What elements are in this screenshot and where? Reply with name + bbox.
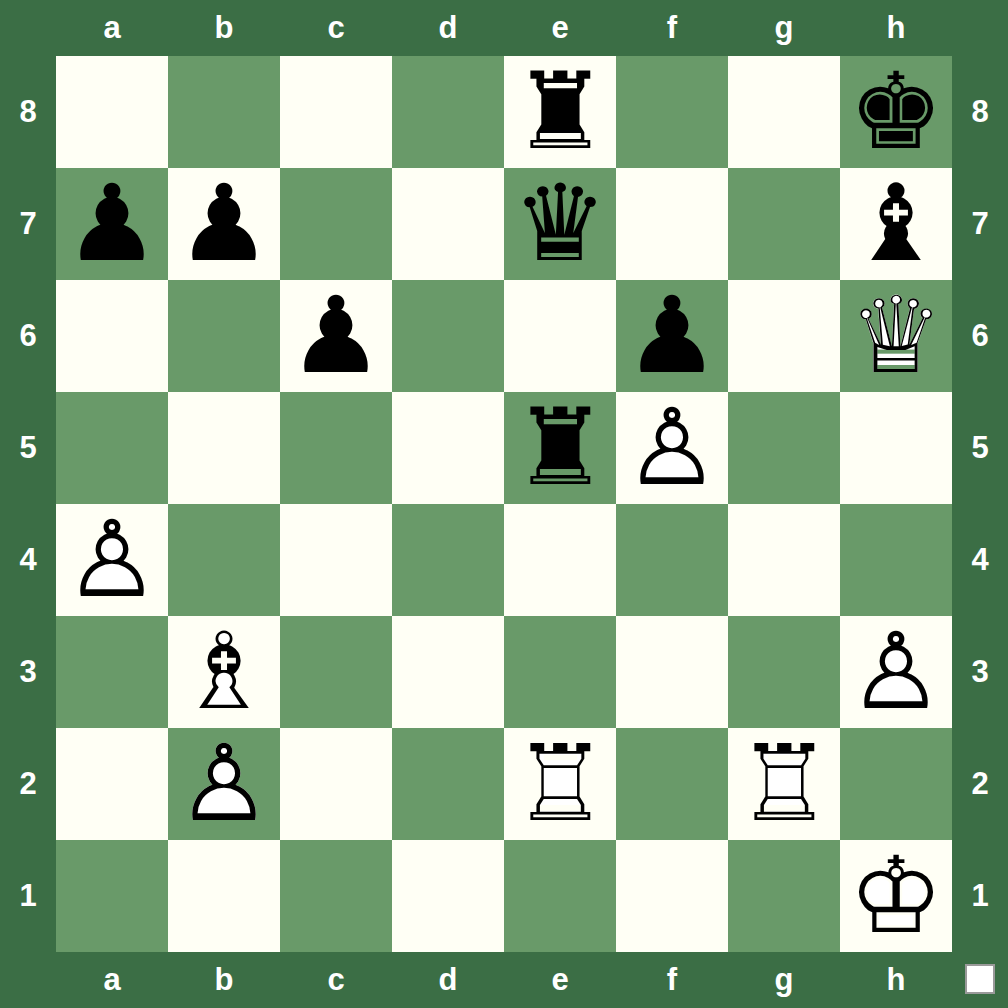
square-a2[interactable] [56, 728, 168, 840]
square-a1[interactable] [56, 840, 168, 952]
rank-label-7-left: 7 [0, 168, 56, 280]
square-b2[interactable]: ♟♙ [168, 728, 280, 840]
square-c2[interactable] [280, 728, 392, 840]
queen-outline-glyph: ♕ [840, 280, 952, 392]
square-f7[interactable] [616, 168, 728, 280]
square-g5[interactable] [728, 392, 840, 504]
white-pawn[interactable]: ♟♙ [616, 392, 728, 504]
square-b7[interactable]: ♟ [168, 168, 280, 280]
square-h6[interactable]: ♛♕ [840, 280, 952, 392]
square-g6[interactable] [728, 280, 840, 392]
square-b4[interactable] [168, 504, 280, 616]
white-bishop[interactable]: ♝♗ [168, 616, 280, 728]
square-b1[interactable] [168, 840, 280, 952]
black-rook[interactable]: ♜ [504, 392, 616, 504]
rook-outline-glyph: ♖ [728, 728, 840, 840]
black-rook[interactable]: ♜ [504, 56, 616, 168]
pawn-outline-glyph: ♙ [56, 504, 168, 616]
rank-label-5-left: 5 [0, 392, 56, 504]
square-b6[interactable] [168, 280, 280, 392]
black-bishop[interactable]: ♝ [840, 168, 952, 280]
square-h8[interactable]: ♚ [840, 56, 952, 168]
white-king[interactable]: ♚♔ [840, 840, 952, 952]
square-h1[interactable]: ♚♔ [840, 840, 952, 952]
square-e8[interactable]: ♜ [504, 56, 616, 168]
rank-label-8-right: 8 [952, 56, 1008, 168]
rank-labels-right: 87654321 [952, 56, 1008, 952]
file-label-b-bottom: b [168, 952, 280, 1008]
file-label-c-bottom: c [280, 952, 392, 1008]
square-f8[interactable] [616, 56, 728, 168]
file-labels-top: abcdefgh [56, 0, 952, 56]
square-c3[interactable] [280, 616, 392, 728]
white-rook[interactable]: ♜♖ [504, 728, 616, 840]
square-c1[interactable] [280, 840, 392, 952]
white-rook[interactable]: ♜♖ [728, 728, 840, 840]
square-c8[interactable] [280, 56, 392, 168]
square-d4[interactable] [392, 504, 504, 616]
square-d5[interactable] [392, 392, 504, 504]
square-e7[interactable]: ♛ [504, 168, 616, 280]
file-label-b-top: b [168, 0, 280, 56]
square-a3[interactable] [56, 616, 168, 728]
file-label-f-bottom: f [616, 952, 728, 1008]
rook-outline-glyph: ♖ [504, 728, 616, 840]
white-queen[interactable]: ♛♕ [840, 280, 952, 392]
square-e4[interactable] [504, 504, 616, 616]
black-pawn[interactable]: ♟ [168, 168, 280, 280]
square-b3[interactable]: ♝♗ [168, 616, 280, 728]
pawn-outline-glyph: ♙ [840, 616, 952, 728]
file-label-c-top: c [280, 0, 392, 56]
square-a6[interactable] [56, 280, 168, 392]
pawn-glyph: ♟ [168, 168, 280, 280]
rank-label-2-right: 2 [952, 728, 1008, 840]
rank-labels-left: 87654321 [0, 56, 56, 952]
rank-label-4-right: 4 [952, 504, 1008, 616]
board-frame: abcdefgh abcdefgh 87654321 87654321 ♜♚♟♟… [0, 0, 1008, 1008]
square-d3[interactable] [392, 616, 504, 728]
file-label-e-bottom: e [504, 952, 616, 1008]
square-g1[interactable] [728, 840, 840, 952]
square-h5[interactable] [840, 392, 952, 504]
king-glyph: ♚ [840, 56, 952, 168]
chessboard[interactable]: ♜♚♟♟♛♝♟♟♛♕♜♟♙♟♙♝♗♟♙♟♙♜♖♜♖♚♔ [56, 56, 952, 952]
square-c6[interactable]: ♟ [280, 280, 392, 392]
square-e2[interactable]: ♜♖ [504, 728, 616, 840]
rank-label-1-right: 1 [952, 840, 1008, 952]
square-d6[interactable] [392, 280, 504, 392]
file-label-a-bottom: a [56, 952, 168, 1008]
file-label-h-top: h [840, 0, 952, 56]
rank-label-8-left: 8 [0, 56, 56, 168]
square-d2[interactable] [392, 728, 504, 840]
square-e3[interactable] [504, 616, 616, 728]
square-h7[interactable]: ♝ [840, 168, 952, 280]
square-e1[interactable] [504, 840, 616, 952]
file-label-d-bottom: d [392, 952, 504, 1008]
square-g7[interactable] [728, 168, 840, 280]
square-h3[interactable]: ♟♙ [840, 616, 952, 728]
rank-label-4-left: 4 [0, 504, 56, 616]
bishop-glyph: ♝ [840, 168, 952, 280]
black-pawn[interactable]: ♟ [56, 168, 168, 280]
square-a8[interactable] [56, 56, 168, 168]
file-label-g-bottom: g [728, 952, 840, 1008]
rank-label-5-right: 5 [952, 392, 1008, 504]
square-d7[interactable] [392, 168, 504, 280]
pawn-outline-glyph: ♙ [616, 392, 728, 504]
square-f5[interactable]: ♟♙ [616, 392, 728, 504]
square-g4[interactable] [728, 504, 840, 616]
square-b5[interactable] [168, 392, 280, 504]
white-pawn[interactable]: ♟♙ [840, 616, 952, 728]
pawn-glyph: ♟ [280, 280, 392, 392]
file-label-a-top: a [56, 0, 168, 56]
bishop-outline-glyph: ♗ [168, 616, 280, 728]
square-g8[interactable] [728, 56, 840, 168]
square-f1[interactable] [616, 840, 728, 952]
square-g3[interactable] [728, 616, 840, 728]
file-label-f-top: f [616, 0, 728, 56]
square-c4[interactable] [280, 504, 392, 616]
pawn-glyph: ♟ [56, 168, 168, 280]
square-d8[interactable] [392, 56, 504, 168]
file-label-d-top: d [392, 0, 504, 56]
rank-label-3-right: 3 [952, 616, 1008, 728]
square-c7[interactable] [280, 168, 392, 280]
rank-label-6-right: 6 [952, 280, 1008, 392]
square-h2[interactable] [840, 728, 952, 840]
rank-label-3-left: 3 [0, 616, 56, 728]
file-label-g-top: g [728, 0, 840, 56]
square-e6[interactable] [504, 280, 616, 392]
white-pawn[interactable]: ♟♙ [168, 728, 280, 840]
square-d1[interactable] [392, 840, 504, 952]
file-labels-bottom: abcdefgh [56, 952, 952, 1008]
pawn-outline-glyph: ♙ [168, 728, 280, 840]
square-f3[interactable] [616, 616, 728, 728]
square-e5[interactable]: ♜ [504, 392, 616, 504]
white-to-move-indicator [965, 964, 995, 994]
black-pawn[interactable]: ♟ [280, 280, 392, 392]
square-c5[interactable] [280, 392, 392, 504]
rook-glyph: ♜ [504, 56, 616, 168]
pawn-glyph: ♟ [616, 280, 728, 392]
square-f4[interactable] [616, 504, 728, 616]
square-h4[interactable] [840, 504, 952, 616]
square-b8[interactable] [168, 56, 280, 168]
black-king[interactable]: ♚ [840, 56, 952, 168]
queen-glyph: ♛ [504, 168, 616, 280]
rank-label-7-right: 7 [952, 168, 1008, 280]
rank-label-6-left: 6 [0, 280, 56, 392]
king-outline-glyph: ♔ [840, 840, 952, 952]
rook-glyph: ♜ [504, 392, 616, 504]
square-f2[interactable] [616, 728, 728, 840]
file-label-e-top: e [504, 0, 616, 56]
black-pawn[interactable]: ♟ [616, 280, 728, 392]
square-a7[interactable]: ♟ [56, 168, 168, 280]
black-queen[interactable]: ♛ [504, 168, 616, 280]
white-pawn[interactable]: ♟♙ [56, 504, 168, 616]
file-label-h-bottom: h [840, 952, 952, 1008]
square-g2[interactable]: ♜♖ [728, 728, 840, 840]
square-a4[interactable]: ♟♙ [56, 504, 168, 616]
square-a5[interactable] [56, 392, 168, 504]
square-f6[interactable]: ♟ [616, 280, 728, 392]
rank-label-1-left: 1 [0, 840, 56, 952]
rank-label-2-left: 2 [0, 728, 56, 840]
